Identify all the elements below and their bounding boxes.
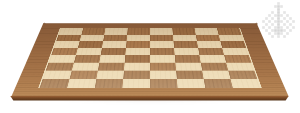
- square-a8: [59, 28, 84, 34]
- square-c3: [98, 62, 125, 70]
- square-c4: [99, 55, 125, 63]
- square-f4: [175, 55, 201, 63]
- playing-field: [38, 28, 262, 88]
- square-h8: [217, 28, 242, 34]
- square-h4: [224, 55, 251, 63]
- square-b7: [80, 34, 105, 40]
- square-a5: [51, 48, 78, 55]
- square-d3: [124, 62, 150, 70]
- square-e8: [150, 28, 173, 34]
- square-d6: [126, 41, 150, 48]
- square-b2: [70, 70, 98, 78]
- square-e1: [150, 79, 178, 88]
- square-g7: [196, 34, 221, 40]
- square-c7: [103, 34, 127, 40]
- square-d8: [127, 28, 150, 34]
- square-g8: [195, 28, 219, 34]
- square-d4: [125, 55, 150, 63]
- square-e7: [150, 34, 173, 40]
- square-g2: [202, 70, 230, 78]
- square-c1: [95, 79, 123, 88]
- square-a3: [46, 62, 74, 70]
- square-b1: [67, 79, 96, 88]
- square-f3: [175, 62, 202, 70]
- square-b8: [81, 28, 105, 34]
- square-e4: [150, 55, 175, 63]
- square-c2: [96, 70, 124, 78]
- square-f5: [174, 48, 199, 55]
- square-g1: [204, 79, 233, 88]
- square-d1: [122, 79, 150, 88]
- square-a1: [40, 79, 70, 88]
- square-c5: [101, 48, 126, 55]
- square-b6: [78, 41, 103, 48]
- square-h6: [220, 41, 246, 48]
- square-g6: [197, 41, 222, 48]
- square-d5: [125, 48, 150, 55]
- square-a7: [56, 34, 81, 40]
- square-e3: [150, 62, 176, 70]
- square-f1: [177, 79, 205, 88]
- square-f7: [173, 34, 197, 40]
- board-front-edge: [10, 96, 289, 101]
- square-h1: [230, 79, 260, 88]
- product-photo-empty-chessboard: [0, 0, 300, 113]
- square-a2: [43, 70, 72, 78]
- square-a6: [54, 41, 80, 48]
- square-h5: [222, 48, 249, 55]
- square-a4: [49, 55, 76, 63]
- square-g4: [199, 55, 226, 63]
- square-g5: [198, 48, 224, 55]
- board-border-frame: [11, 23, 288, 96]
- square-d7: [127, 34, 150, 40]
- square-f6: [173, 41, 198, 48]
- square-g3: [201, 62, 228, 70]
- square-e2: [150, 70, 177, 78]
- square-f8: [172, 28, 195, 34]
- square-b5: [76, 48, 102, 55]
- square-c6: [102, 41, 127, 48]
- square-e5: [150, 48, 175, 55]
- square-h2: [228, 70, 257, 78]
- shop-logo-pixel-chess-piece-icon: [262, 2, 295, 38]
- square-d2: [123, 70, 150, 78]
- square-e6: [150, 41, 174, 48]
- square-h7: [219, 34, 244, 40]
- square-f2: [176, 70, 204, 78]
- square-b4: [74, 55, 101, 63]
- square-c8: [104, 28, 127, 34]
- square-b3: [72, 62, 99, 70]
- square-h3: [226, 62, 254, 70]
